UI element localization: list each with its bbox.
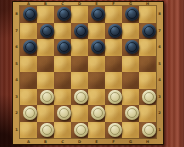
square-g7[interactable] — [122, 23, 139, 40]
file-label-h: H — [142, 2, 153, 6]
square-c5[interactable] — [54, 56, 71, 73]
rank-label-1: 1 — [157, 125, 161, 135]
light-piece-b1[interactable] — [40, 123, 54, 137]
square-g3[interactable] — [122, 89, 139, 106]
light-piece-f3[interactable] — [108, 90, 122, 104]
dark-piece-g6[interactable] — [125, 40, 139, 54]
square-f2[interactable] — [105, 105, 122, 122]
square-e8[interactable] — [88, 6, 105, 23]
square-d7[interactable] — [71, 23, 88, 40]
square-c1[interactable] — [54, 122, 71, 139]
light-piece-h3[interactable] — [142, 90, 156, 104]
square-a4[interactable] — [20, 72, 37, 89]
square-d8[interactable] — [71, 6, 88, 23]
square-g4[interactable] — [122, 72, 139, 89]
rank-label-4: 4 — [14, 75, 18, 85]
checkers-game-window: ABCDEFGH ABCDEFGH 87654321 87654321 — [0, 0, 184, 147]
light-piece-h1[interactable] — [142, 123, 156, 137]
light-piece-g2[interactable] — [125, 106, 139, 120]
rank-label-2: 2 — [14, 108, 18, 118]
light-piece-e2[interactable] — [91, 106, 105, 120]
square-a8[interactable] — [20, 6, 37, 23]
square-a2[interactable] — [20, 105, 37, 122]
square-b5[interactable] — [37, 56, 54, 73]
square-e4[interactable] — [88, 72, 105, 89]
rank-label-3: 3 — [14, 92, 18, 102]
dark-piece-g8[interactable] — [125, 7, 139, 21]
square-c7[interactable] — [54, 23, 71, 40]
square-d1[interactable] — [71, 122, 88, 139]
file-label-b: B — [40, 139, 51, 143]
file-label-e: E — [91, 139, 102, 143]
square-a1[interactable] — [20, 122, 37, 139]
light-piece-a2[interactable] — [23, 106, 37, 120]
square-b2[interactable] — [37, 105, 54, 122]
dark-piece-b7[interactable] — [40, 24, 54, 38]
rank-label-8: 8 — [14, 9, 18, 19]
dark-piece-e6[interactable] — [91, 40, 105, 54]
square-d5[interactable] — [71, 56, 88, 73]
square-c4[interactable] — [54, 72, 71, 89]
file-labels-top: ABCDEFGH — [20, 1, 156, 7]
square-a3[interactable] — [20, 89, 37, 106]
square-f1[interactable] — [105, 122, 122, 139]
square-d4[interactable] — [71, 72, 88, 89]
square-e2[interactable] — [88, 105, 105, 122]
square-h2[interactable] — [139, 105, 156, 122]
square-h6[interactable] — [139, 39, 156, 56]
dark-piece-c6[interactable] — [57, 40, 71, 54]
square-g5[interactable] — [122, 56, 139, 73]
dark-piece-a6[interactable] — [23, 40, 37, 54]
rank-label-2: 2 — [157, 108, 161, 118]
square-g6[interactable] — [122, 39, 139, 56]
file-label-d: D — [74, 2, 85, 6]
square-h5[interactable] — [139, 56, 156, 73]
rank-label-6: 6 — [157, 42, 161, 52]
rank-label-6: 6 — [14, 42, 18, 52]
rank-label-4: 4 — [157, 75, 161, 85]
square-h8[interactable] — [139, 6, 156, 23]
file-labels-bottom: ABCDEFGH — [20, 138, 156, 145]
file-label-a: A — [23, 2, 34, 6]
file-label-e: E — [91, 2, 102, 6]
file-label-g: G — [125, 2, 136, 6]
file-label-c: C — [57, 139, 68, 143]
square-h3[interactable] — [139, 89, 156, 106]
file-label-g: G — [125, 139, 136, 143]
rank-label-8: 8 — [157, 9, 161, 19]
square-e1[interactable] — [88, 122, 105, 139]
light-piece-d3[interactable] — [74, 90, 88, 104]
square-c8[interactable] — [54, 6, 71, 23]
square-f4[interactable] — [105, 72, 122, 89]
square-c3[interactable] — [54, 89, 71, 106]
square-e5[interactable] — [88, 56, 105, 73]
square-h4[interactable] — [139, 72, 156, 89]
light-piece-c2[interactable] — [57, 106, 71, 120]
square-e7[interactable] — [88, 23, 105, 40]
rank-label-3: 3 — [157, 92, 161, 102]
file-label-b: B — [40, 2, 51, 6]
square-d6[interactable] — [71, 39, 88, 56]
square-a6[interactable] — [20, 39, 37, 56]
square-b6[interactable] — [37, 39, 54, 56]
light-piece-b3[interactable] — [40, 90, 54, 104]
dark-piece-h7[interactable] — [142, 24, 156, 38]
square-a7[interactable] — [20, 23, 37, 40]
file-label-c: C — [57, 2, 68, 6]
square-g1[interactable] — [122, 122, 139, 139]
square-e3[interactable] — [88, 89, 105, 106]
square-f8[interactable] — [105, 6, 122, 23]
square-b1[interactable] — [37, 122, 54, 139]
square-d2[interactable] — [71, 105, 88, 122]
dark-piece-a8[interactable] — [23, 7, 37, 21]
rank-label-5: 5 — [157, 59, 161, 69]
file-label-f: F — [108, 2, 119, 6]
square-g8[interactable] — [122, 6, 139, 23]
rank-label-7: 7 — [157, 26, 161, 36]
light-piece-f1[interactable] — [108, 123, 122, 137]
square-c2[interactable] — [54, 105, 71, 122]
square-f3[interactable] — [105, 89, 122, 106]
rank-labels-left: 87654321 — [13, 6, 20, 138]
file-label-h: H — [142, 139, 153, 143]
rank-label-5: 5 — [14, 59, 18, 69]
square-a5[interactable] — [20, 56, 37, 73]
checkers-board: ABCDEFGH ABCDEFGH 87654321 87654321 — [12, 1, 164, 145]
square-f6[interactable] — [105, 39, 122, 56]
dark-piece-c8[interactable] — [57, 7, 71, 21]
square-h1[interactable] — [139, 122, 156, 139]
rank-label-1: 1 — [14, 125, 18, 135]
square-d3[interactable] — [71, 89, 88, 106]
light-piece-d1[interactable] — [74, 123, 88, 137]
square-c6[interactable] — [54, 39, 71, 56]
rank-labels-right: 87654321 — [156, 6, 163, 138]
square-f7[interactable] — [105, 23, 122, 40]
square-e6[interactable] — [88, 39, 105, 56]
square-f5[interactable] — [105, 56, 122, 73]
square-b7[interactable] — [37, 23, 54, 40]
square-g2[interactable] — [122, 105, 139, 122]
square-b8[interactable] — [37, 6, 54, 23]
file-label-a: A — [23, 139, 34, 143]
dark-piece-e8[interactable] — [91, 7, 105, 21]
rank-label-7: 7 — [14, 26, 18, 36]
board-grid — [20, 6, 156, 138]
dark-piece-d7[interactable] — [74, 24, 88, 38]
square-b3[interactable] — [37, 89, 54, 106]
square-h7[interactable] — [139, 23, 156, 40]
square-b4[interactable] — [37, 72, 54, 89]
file-label-f: F — [108, 139, 119, 143]
file-label-d: D — [74, 139, 85, 143]
dark-piece-f7[interactable] — [108, 24, 122, 38]
